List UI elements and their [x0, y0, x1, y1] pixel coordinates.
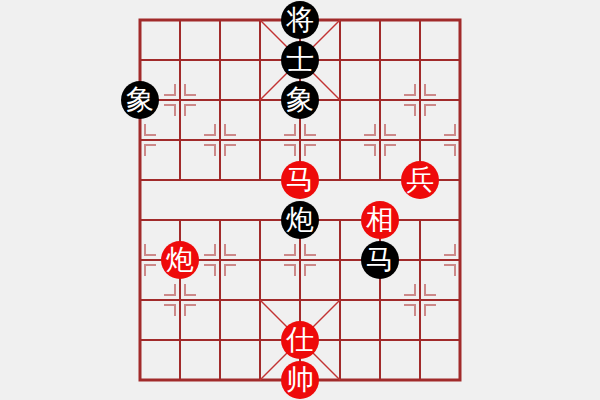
black-elephant-left-piece[interactable]: 象 — [121, 81, 159, 119]
xiangqi-board: 将士象象马兵炮相炮马仕帅 — [0, 0, 600, 400]
red-advisor-piece[interactable]: 仕 — [281, 321, 319, 359]
black-horse-piece[interactable]: 马 — [361, 241, 399, 279]
black-cannon-piece[interactable]: 炮 — [281, 201, 319, 239]
red-elephant-piece[interactable]: 相 — [361, 201, 399, 239]
black-advisor-piece[interactable]: 士 — [281, 41, 319, 79]
red-horse-piece[interactable]: 马 — [281, 161, 319, 199]
black-general-piece[interactable]: 将 — [281, 1, 319, 39]
black-elephant-center-piece[interactable]: 象 — [281, 81, 319, 119]
red-pawn-piece[interactable]: 兵 — [401, 161, 439, 199]
pieces-layer: 将士象象马兵炮相炮马仕帅 — [0, 0, 600, 400]
red-general-piece[interactable]: 帅 — [281, 361, 319, 399]
red-cannon-piece[interactable]: 炮 — [161, 241, 199, 279]
